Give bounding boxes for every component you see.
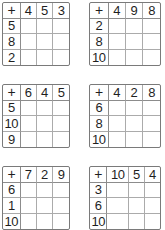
answer-cell[interactable] <box>107 183 129 199</box>
col-header-cell: 2 <box>37 167 53 183</box>
row-header-cell: 5 <box>3 19 21 35</box>
answer-cell[interactable] <box>126 116 143 132</box>
worksheet-page: +453582+4982810+6455109+4286810+7296110+… <box>0 0 165 230</box>
row-header-cell: 6 <box>90 101 109 117</box>
row-header-cell: 5 <box>3 101 21 117</box>
answer-cell[interactable] <box>53 214 69 230</box>
answer-cell[interactable] <box>21 34 37 50</box>
answer-cell[interactable] <box>143 101 160 117</box>
answer-cell[interactable] <box>126 34 143 50</box>
col-header-cell: 4 <box>109 3 126 19</box>
answer-cell[interactable] <box>143 19 160 35</box>
plus-operator-cell: + <box>3 167 21 183</box>
answer-cell[interactable] <box>37 132 53 148</box>
answer-cell[interactable] <box>37 50 53 66</box>
answer-cell[interactable] <box>53 101 69 117</box>
row-header-cell: 10 <box>90 214 107 230</box>
answer-cell[interactable] <box>21 50 37 66</box>
col-header-cell: 10 <box>107 167 129 183</box>
answer-cell[interactable] <box>53 19 69 35</box>
col-header-cell: 8 <box>143 85 160 101</box>
row-header-cell: 10 <box>90 50 109 66</box>
col-header-cell: 5 <box>53 85 69 101</box>
row-header-cell: 6 <box>90 198 107 214</box>
row-header-cell: 9 <box>3 132 21 148</box>
answer-cell[interactable] <box>107 198 129 214</box>
row-header-cell: 10 <box>90 132 109 148</box>
answer-cell[interactable] <box>109 50 126 66</box>
answer-cell[interactable] <box>21 132 37 148</box>
answer-cell[interactable] <box>37 183 53 199</box>
answer-cell[interactable] <box>37 19 53 35</box>
answer-cell[interactable] <box>21 198 37 214</box>
answer-cell[interactable] <box>21 19 37 35</box>
answer-cell[interactable] <box>53 198 69 214</box>
row-header-cell: 2 <box>90 19 109 35</box>
addition-table-4: +4286810 <box>89 84 161 148</box>
answer-cell[interactable] <box>53 50 69 66</box>
col-header-cell: 8 <box>143 3 160 19</box>
row-header-cell: 8 <box>3 34 21 50</box>
answer-cell[interactable] <box>109 101 126 117</box>
row-header-cell: 1 <box>3 198 21 214</box>
col-header-cell: 5 <box>37 3 53 19</box>
col-header-cell: 3 <box>53 3 69 19</box>
plus-operator-cell: + <box>3 85 21 101</box>
answer-cell[interactable] <box>126 101 143 117</box>
addition-table-1: +453582 <box>2 2 70 66</box>
col-header-cell: 6 <box>21 85 37 101</box>
plus-operator-cell: + <box>3 3 21 19</box>
addition-table-3: +6455109 <box>2 84 70 148</box>
col-header-cell: 2 <box>126 85 143 101</box>
row-header-cell: 10 <box>3 214 21 230</box>
answer-cell[interactable] <box>21 214 37 230</box>
plus-operator-cell: + <box>90 167 107 183</box>
row-header-cell: 10 <box>3 116 21 132</box>
answer-cell[interactable] <box>107 214 129 230</box>
col-header-cell: 9 <box>53 167 69 183</box>
answer-cell[interactable] <box>21 183 37 199</box>
col-header-cell: 4 <box>37 85 53 101</box>
row-header-cell: 2 <box>3 50 21 66</box>
row-header-cell: 8 <box>90 34 109 50</box>
answer-cell[interactable] <box>129 198 145 214</box>
answer-cell[interactable] <box>53 34 69 50</box>
answer-cell[interactable] <box>143 116 160 132</box>
row-header-cell: 6 <box>3 183 21 199</box>
row-header-cell: 3 <box>90 183 107 199</box>
answer-cell[interactable] <box>129 214 145 230</box>
addition-table-5: +7296110 <box>2 166 70 230</box>
answer-cell[interactable] <box>37 214 53 230</box>
answer-cell[interactable] <box>143 34 160 50</box>
addition-table-6: +10543610 <box>89 166 161 230</box>
answer-cell[interactable] <box>143 132 160 148</box>
col-header-cell: 4 <box>109 85 126 101</box>
col-header-cell: 7 <box>21 167 37 183</box>
answer-cell[interactable] <box>126 50 143 66</box>
addition-table-2: +4982810 <box>89 2 161 66</box>
answer-cell[interactable] <box>145 214 160 230</box>
answer-cell[interactable] <box>129 183 145 199</box>
col-header-cell: 4 <box>21 3 37 19</box>
answer-cell[interactable] <box>37 116 53 132</box>
answer-cell[interactable] <box>37 34 53 50</box>
answer-cell[interactable] <box>109 34 126 50</box>
col-header-cell: 4 <box>145 167 160 183</box>
answer-cell[interactable] <box>145 198 160 214</box>
plus-operator-cell: + <box>90 3 109 19</box>
answer-cell[interactable] <box>109 116 126 132</box>
answer-cell[interactable] <box>53 116 69 132</box>
answer-cell[interactable] <box>37 198 53 214</box>
answer-cell[interactable] <box>21 101 37 117</box>
answer-cell[interactable] <box>126 19 143 35</box>
answer-cell[interactable] <box>126 132 143 148</box>
answer-cell[interactable] <box>53 183 69 199</box>
answer-cell[interactable] <box>143 50 160 66</box>
answer-cell[interactable] <box>37 101 53 117</box>
answer-cell[interactable] <box>53 132 69 148</box>
plus-operator-cell: + <box>90 85 109 101</box>
col-header-cell: 9 <box>126 3 143 19</box>
answer-cell[interactable] <box>109 132 126 148</box>
col-header-cell: 5 <box>129 167 145 183</box>
row-header-cell: 8 <box>90 116 109 132</box>
answer-cell[interactable] <box>109 19 126 35</box>
answer-cell[interactable] <box>145 183 160 199</box>
answer-cell[interactable] <box>21 116 37 132</box>
